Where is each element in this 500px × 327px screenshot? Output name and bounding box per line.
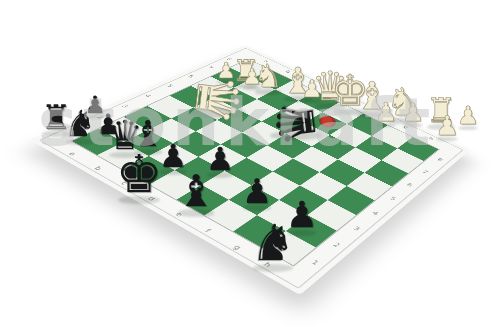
piece-shadow — [270, 131, 322, 139]
piece-shadow — [458, 126, 478, 130]
piece-shadow — [97, 137, 119, 141]
piece-shadow — [302, 99, 321, 103]
piece-shadow — [403, 123, 423, 127]
piece-shadow — [118, 196, 160, 204]
piece-shadow — [66, 139, 95, 145]
piece-shadow — [85, 115, 104, 119]
white-queen-fallen: ♛ — [185, 67, 250, 132]
piece-shadow — [160, 169, 186, 174]
piece-shadow — [207, 172, 233, 177]
white-bishop: ♝ — [280, 63, 316, 99]
black-pawn: ♟ — [83, 93, 107, 117]
black-rook: ♜ — [39, 100, 73, 134]
piece-shadow — [243, 205, 270, 210]
black-knight: ♞ — [62, 106, 98, 142]
piece-shadow — [253, 264, 293, 272]
black-pawn: ♟ — [240, 174, 274, 208]
piece-shadow — [314, 103, 346, 109]
black-bishop: ♝ — [130, 116, 166, 152]
white-pawn: ♟ — [456, 103, 481, 128]
piece-shadow — [427, 124, 454, 129]
black-pawn: ♟ — [204, 143, 236, 175]
white-pawn: ♟ — [215, 60, 237, 82]
piece-shadow — [376, 123, 397, 127]
red-felt-base — [318, 114, 337, 128]
chess-set-product-photo: abcdefgh abcdefgh 87654321 87654321 ♜♞♝♛… — [0, 0, 500, 327]
piece-shadow — [178, 209, 213, 216]
pieces-layer: ♜♞♝♛♚♝♞♜♟♟♟♟♟♟♟♜♞♟♟♛♝♚♟♟♝♟♟♞♛♛ — [0, 0, 500, 327]
piece-shadow — [436, 137, 458, 141]
piece-shadow — [217, 80, 235, 84]
piece-shadow — [109, 152, 141, 158]
black-pawn: ♟ — [157, 140, 189, 172]
white-knight: ♞ — [384, 83, 422, 121]
piece-shadow — [188, 108, 246, 117]
piece-shadow — [357, 112, 387, 118]
black-knight: ♞ — [248, 218, 298, 268]
white-rook: ♜ — [424, 93, 458, 127]
piece-shadow — [288, 230, 317, 236]
black-pawn: ♟ — [284, 197, 320, 233]
white-rook: ♜ — [231, 56, 261, 86]
piece-shadow — [255, 89, 281, 94]
piece-shadow — [42, 131, 69, 136]
